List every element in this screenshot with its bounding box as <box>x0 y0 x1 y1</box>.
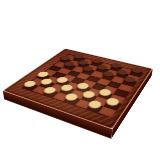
checker-piece-dark[interactable]: ● <box>81 65 95 71</box>
board-square[interactable]: ● <box>86 103 104 113</box>
checkers-board: ●●●●●●●●●●●●●●●●●●●●●●●● <box>3 48 153 129</box>
checker-piece-light[interactable]: ● <box>104 96 121 106</box>
checker-piece-dark[interactable]: ● <box>122 76 137 83</box>
board-scene: ●●●●●●●●●●●●●●●●●●●●●●●● <box>0 0 160 160</box>
checker-piece-light[interactable]: ● <box>23 79 39 87</box>
board-square[interactable]: ● <box>104 100 121 110</box>
screenshot-canvas: ●●●●●●●●●●●●●●●●●●●●●●●● <box>0 0 160 160</box>
checker-piece-light[interactable]: ● <box>42 85 59 93</box>
checker-piece-dark[interactable]: ● <box>130 67 144 74</box>
board-frame: ●●●●●●●●●●●●●●●●●●●●●●●● <box>3 48 153 129</box>
checker-piece-dark[interactable]: ● <box>63 61 77 67</box>
checker-piece-dark[interactable]: ● <box>101 70 115 77</box>
